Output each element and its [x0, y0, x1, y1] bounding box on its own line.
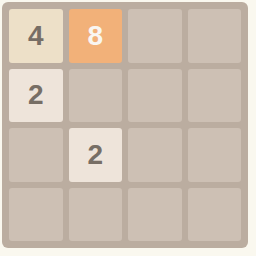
empty-cell: [69, 69, 123, 123]
empty-cell: [128, 9, 182, 63]
tile-2: 2: [9, 69, 63, 123]
empty-cell: [188, 188, 242, 242]
empty-cell: [128, 128, 182, 182]
empty-cell: [188, 9, 242, 63]
tile-2: 2: [69, 128, 123, 182]
tile-8: 8: [69, 9, 123, 63]
tile-4: 4: [9, 9, 63, 63]
empty-cell: [128, 69, 182, 123]
empty-cell: [9, 128, 63, 182]
empty-cell: [128, 188, 182, 242]
empty-cell: [188, 128, 242, 182]
board-2048[interactable]: 4822: [2, 2, 248, 248]
empty-cell: [188, 69, 242, 123]
empty-cell: [69, 188, 123, 242]
empty-cell: [9, 188, 63, 242]
